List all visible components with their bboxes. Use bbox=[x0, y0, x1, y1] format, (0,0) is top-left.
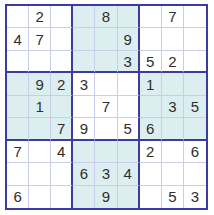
sudoku-cell-r2c7[interactable] bbox=[140, 28, 162, 50]
sudoku-cell-r7c5[interactable] bbox=[95, 141, 117, 163]
sudoku-cell-r9c3[interactable] bbox=[51, 186, 73, 208]
sudoku-cell-r4c6[interactable] bbox=[118, 73, 140, 95]
sudoku-cell-r1c7[interactable] bbox=[140, 6, 162, 28]
sudoku-cell-r2c4[interactable] bbox=[73, 28, 95, 50]
sudoku-cell-r4c8[interactable] bbox=[162, 73, 184, 95]
sudoku-cell-r3c6[interactable]: 3 bbox=[118, 51, 140, 73]
sudoku-cell-r8c3[interactable] bbox=[51, 163, 73, 185]
sudoku-cell-r3c2[interactable] bbox=[29, 51, 51, 73]
sudoku-cell-r4c7[interactable]: 1 bbox=[140, 73, 162, 95]
sudoku-cell-r2c8[interactable] bbox=[162, 28, 184, 50]
sudoku-cell-r7c4[interactable] bbox=[73, 141, 95, 163]
sudoku-cell-r4c2[interactable]: 9 bbox=[29, 73, 51, 95]
sudoku-cell-r7c2[interactable] bbox=[29, 141, 51, 163]
sudoku-cell-r9c5[interactable]: 9 bbox=[95, 186, 117, 208]
sudoku-cell-r8c9[interactable] bbox=[184, 163, 206, 185]
sudoku-cell-r8c1[interactable] bbox=[7, 163, 29, 185]
sudoku-cell-r6c8[interactable] bbox=[162, 118, 184, 140]
sudoku-cell-r6c1[interactable] bbox=[7, 118, 29, 140]
sudoku-cell-r7c9[interactable]: 6 bbox=[184, 141, 206, 163]
sudoku-cell-r9c1[interactable]: 6 bbox=[7, 186, 29, 208]
sudoku-cell-r9c7[interactable] bbox=[140, 186, 162, 208]
sudoku-cell-r8c8[interactable] bbox=[162, 163, 184, 185]
sudoku-cell-r5c8[interactable]: 3 bbox=[162, 96, 184, 118]
sudoku-cell-r1c1[interactable] bbox=[7, 6, 29, 28]
sudoku-cell-r8c2[interactable] bbox=[29, 163, 51, 185]
sudoku-cell-r1c5[interactable]: 8 bbox=[95, 6, 117, 28]
sudoku-cell-r7c8[interactable] bbox=[162, 141, 184, 163]
sudoku-cell-r1c3[interactable] bbox=[51, 6, 73, 28]
sudoku-cell-r7c6[interactable] bbox=[118, 141, 140, 163]
sudoku-cell-r9c8[interactable]: 5 bbox=[162, 186, 184, 208]
sudoku-cell-r6c6[interactable]: 5 bbox=[118, 118, 140, 140]
sudoku-cell-r4c4[interactable]: 3 bbox=[73, 73, 95, 95]
sudoku-cell-r6c9[interactable] bbox=[184, 118, 206, 140]
sudoku-cell-r2c9[interactable] bbox=[184, 28, 206, 50]
sudoku-cell-r2c6[interactable]: 9 bbox=[118, 28, 140, 50]
sudoku-cell-r5c5[interactable]: 7 bbox=[95, 96, 117, 118]
sudoku-cell-r3c4[interactable] bbox=[73, 51, 95, 73]
sudoku-cell-r1c8[interactable]: 7 bbox=[162, 6, 184, 28]
sudoku-cell-r7c7[interactable]: 2 bbox=[140, 141, 162, 163]
sudoku-cell-r8c7[interactable] bbox=[140, 163, 162, 185]
sudoku-cell-r8c6[interactable]: 4 bbox=[118, 163, 140, 185]
sudoku-cell-r8c5[interactable]: 3 bbox=[95, 163, 117, 185]
sudoku-board: 28747935292311735795674266346953 bbox=[5, 4, 208, 210]
sudoku-cell-r5c4[interactable] bbox=[73, 96, 95, 118]
sudoku-cell-r2c2[interactable]: 7 bbox=[29, 28, 51, 50]
sudoku-cell-r3c7[interactable]: 5 bbox=[140, 51, 162, 73]
sudoku-cell-r7c1[interactable]: 7 bbox=[7, 141, 29, 163]
sudoku-cell-r4c1[interactable] bbox=[7, 73, 29, 95]
sudoku-cell-r1c4[interactable] bbox=[73, 6, 95, 28]
sudoku-cell-r6c7[interactable]: 6 bbox=[140, 118, 162, 140]
sudoku-cell-r1c6[interactable] bbox=[118, 6, 140, 28]
sudoku-cell-r5c6[interactable] bbox=[118, 96, 140, 118]
sudoku-cell-r9c9[interactable]: 3 bbox=[184, 186, 206, 208]
sudoku-cell-r4c9[interactable] bbox=[184, 73, 206, 95]
sudoku-cell-r2c5[interactable] bbox=[95, 28, 117, 50]
sudoku-cell-r3c8[interactable]: 2 bbox=[162, 51, 184, 73]
sudoku-cell-r2c3[interactable] bbox=[51, 28, 73, 50]
sudoku-cell-r3c5[interactable] bbox=[95, 51, 117, 73]
sudoku-cell-r8c4[interactable]: 6 bbox=[73, 163, 95, 185]
sudoku-cell-r3c1[interactable] bbox=[7, 51, 29, 73]
sudoku-cell-r6c5[interactable] bbox=[95, 118, 117, 140]
sudoku-cell-r1c9[interactable] bbox=[184, 6, 206, 28]
sudoku-cell-r5c3[interactable] bbox=[51, 96, 73, 118]
sudoku-cell-r4c5[interactable] bbox=[95, 73, 117, 95]
sudoku-cell-r7c3[interactable]: 4 bbox=[51, 141, 73, 163]
sudoku-board-wrap: 28747935292311735795674266346953 bbox=[5, 4, 208, 210]
sudoku-cell-r1c2[interactable]: 2 bbox=[29, 6, 51, 28]
sudoku-cell-r3c9[interactable] bbox=[184, 51, 206, 73]
sudoku-cell-r9c6[interactable] bbox=[118, 186, 140, 208]
sudoku-cell-r6c3[interactable]: 7 bbox=[51, 118, 73, 140]
sudoku-cell-r6c2[interactable] bbox=[29, 118, 51, 140]
sudoku-cell-r9c2[interactable] bbox=[29, 186, 51, 208]
sudoku-cell-r9c4[interactable] bbox=[73, 186, 95, 208]
sudoku-cell-r5c7[interactable] bbox=[140, 96, 162, 118]
sudoku-cell-r3c3[interactable] bbox=[51, 51, 73, 73]
sudoku-cell-r5c9[interactable]: 5 bbox=[184, 96, 206, 118]
sudoku-cell-r6c4[interactable]: 9 bbox=[73, 118, 95, 140]
sudoku-cell-r5c1[interactable] bbox=[7, 96, 29, 118]
sudoku-cell-r5c2[interactable]: 1 bbox=[29, 96, 51, 118]
sudoku-cell-r2c1[interactable]: 4 bbox=[7, 28, 29, 50]
sudoku-cell-r4c3[interactable]: 2 bbox=[51, 73, 73, 95]
